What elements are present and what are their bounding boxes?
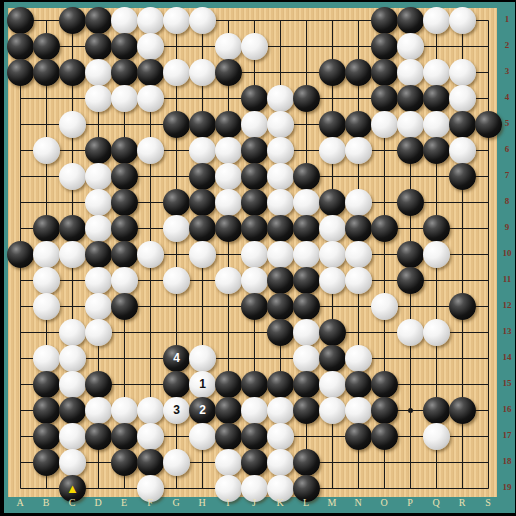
white-stone bbox=[33, 267, 60, 294]
black-stone bbox=[7, 33, 34, 60]
black-stone bbox=[111, 137, 138, 164]
black-stone bbox=[293, 215, 320, 242]
black-stone bbox=[59, 397, 86, 424]
white-stone bbox=[371, 111, 398, 138]
white-stone bbox=[189, 345, 216, 372]
black-stone bbox=[449, 111, 476, 138]
white-stone bbox=[267, 397, 294, 424]
white-stone bbox=[137, 397, 164, 424]
black-stone bbox=[189, 163, 216, 190]
black-stone bbox=[293, 371, 320, 398]
move-number-label: 1 bbox=[199, 371, 206, 398]
white-stone bbox=[267, 241, 294, 268]
white-stone bbox=[59, 319, 86, 346]
white-stone bbox=[59, 423, 86, 450]
black-stone bbox=[345, 111, 372, 138]
row-label-11: 11 bbox=[499, 274, 515, 286]
black-stone bbox=[267, 319, 294, 346]
black-stone bbox=[111, 293, 138, 320]
column-label-H: H bbox=[192, 497, 212, 508]
black-stone bbox=[241, 371, 268, 398]
white-stone bbox=[319, 241, 346, 268]
black-stone bbox=[267, 293, 294, 320]
black-stone bbox=[189, 189, 216, 216]
row-label-2: 2 bbox=[499, 40, 515, 52]
black-stone bbox=[163, 371, 190, 398]
black-stone: 2 bbox=[189, 397, 216, 424]
black-stone bbox=[319, 345, 346, 372]
black-stone bbox=[241, 137, 268, 164]
white-stone bbox=[215, 137, 242, 164]
white-stone bbox=[345, 267, 372, 294]
white-stone bbox=[137, 7, 164, 34]
black-stone bbox=[345, 215, 372, 242]
column-label-L: L bbox=[296, 497, 316, 508]
black-stone bbox=[137, 59, 164, 86]
column-label-K: K bbox=[270, 497, 290, 508]
white-stone bbox=[189, 137, 216, 164]
white-stone bbox=[85, 215, 112, 242]
black-stone bbox=[267, 215, 294, 242]
white-stone bbox=[163, 267, 190, 294]
black-stone bbox=[397, 189, 424, 216]
white-stone bbox=[33, 293, 60, 320]
black-stone bbox=[241, 189, 268, 216]
black-stone bbox=[423, 397, 450, 424]
row-label-18: 18 bbox=[499, 456, 515, 468]
row-label-16: 16 bbox=[499, 404, 515, 416]
white-stone bbox=[241, 267, 268, 294]
white-stone bbox=[319, 397, 346, 424]
row-label-14: 14 bbox=[499, 352, 515, 364]
white-stone: 3 bbox=[163, 397, 190, 424]
black-stone bbox=[137, 449, 164, 476]
black-stone bbox=[319, 319, 346, 346]
column-label-P: P bbox=[400, 497, 420, 508]
white-stone bbox=[85, 397, 112, 424]
black-stone: 4 bbox=[163, 345, 190, 372]
black-stone bbox=[397, 7, 424, 34]
column-label-B: B bbox=[36, 497, 56, 508]
black-stone bbox=[111, 163, 138, 190]
white-stone bbox=[137, 85, 164, 112]
column-label-A: A bbox=[10, 497, 30, 508]
white-stone bbox=[423, 423, 450, 450]
black-stone bbox=[293, 397, 320, 424]
white-stone bbox=[111, 7, 138, 34]
white-stone bbox=[59, 371, 86, 398]
white-stone bbox=[293, 345, 320, 372]
black-stone bbox=[241, 293, 268, 320]
white-stone bbox=[319, 267, 346, 294]
white-stone bbox=[33, 137, 60, 164]
black-stone bbox=[293, 267, 320, 294]
black-stone bbox=[85, 137, 112, 164]
white-stone bbox=[397, 59, 424, 86]
black-stone bbox=[345, 371, 372, 398]
black-stone bbox=[7, 7, 34, 34]
black-stone bbox=[319, 59, 346, 86]
row-label-3: 3 bbox=[499, 66, 515, 78]
black-stone bbox=[33, 449, 60, 476]
move-number-label: 4 bbox=[173, 345, 180, 372]
white-stone bbox=[345, 189, 372, 216]
black-stone bbox=[163, 189, 190, 216]
column-label-Q: Q bbox=[426, 497, 446, 508]
column-label-M: M bbox=[322, 497, 342, 508]
white-stone: 1 bbox=[189, 371, 216, 398]
row-label-13: 13 bbox=[499, 326, 515, 338]
white-stone bbox=[33, 345, 60, 372]
black-stone bbox=[371, 371, 398, 398]
black-stone bbox=[293, 163, 320, 190]
black-stone bbox=[85, 7, 112, 34]
row-label-5: 5 bbox=[499, 118, 515, 130]
row-label-4: 4 bbox=[499, 92, 515, 104]
white-stone bbox=[189, 423, 216, 450]
white-stone bbox=[267, 85, 294, 112]
white-stone bbox=[397, 319, 424, 346]
white-stone bbox=[319, 137, 346, 164]
white-stone bbox=[189, 59, 216, 86]
black-stone bbox=[293, 449, 320, 476]
white-stone bbox=[137, 137, 164, 164]
row-label-7: 7 bbox=[499, 170, 515, 182]
black-stone bbox=[397, 85, 424, 112]
black-stone bbox=[397, 137, 424, 164]
black-stone bbox=[241, 423, 268, 450]
black-stone bbox=[371, 423, 398, 450]
white-stone bbox=[449, 137, 476, 164]
black-stone bbox=[111, 215, 138, 242]
black-stone bbox=[449, 163, 476, 190]
row-label-19: 19 bbox=[499, 482, 515, 494]
black-stone bbox=[111, 189, 138, 216]
white-stone bbox=[267, 423, 294, 450]
black-stone bbox=[215, 371, 242, 398]
black-stone bbox=[345, 59, 372, 86]
black-stone bbox=[85, 371, 112, 398]
white-stone bbox=[449, 59, 476, 86]
white-stone bbox=[215, 33, 242, 60]
white-stone bbox=[267, 163, 294, 190]
black-stone bbox=[215, 423, 242, 450]
white-stone bbox=[33, 241, 60, 268]
white-stone bbox=[241, 397, 268, 424]
black-stone bbox=[241, 449, 268, 476]
white-stone bbox=[189, 241, 216, 268]
black-stone bbox=[267, 267, 294, 294]
black-stone bbox=[111, 33, 138, 60]
white-stone bbox=[345, 241, 372, 268]
black-stone bbox=[371, 397, 398, 424]
white-stone bbox=[397, 111, 424, 138]
black-stone bbox=[397, 241, 424, 268]
white-stone bbox=[267, 449, 294, 476]
white-stone bbox=[59, 163, 86, 190]
white-stone bbox=[215, 163, 242, 190]
column-label-I: I bbox=[218, 497, 238, 508]
black-stone bbox=[319, 189, 346, 216]
black-stone bbox=[85, 241, 112, 268]
black-stone bbox=[111, 59, 138, 86]
row-label-9: 9 bbox=[499, 222, 515, 234]
row-label-12: 12 bbox=[499, 300, 515, 312]
black-stone bbox=[371, 7, 398, 34]
row-label-15: 15 bbox=[499, 378, 515, 390]
black-stone bbox=[371, 59, 398, 86]
white-stone bbox=[59, 241, 86, 268]
white-stone bbox=[397, 33, 424, 60]
white-stone bbox=[371, 293, 398, 320]
white-stone bbox=[215, 449, 242, 476]
black-stone bbox=[85, 33, 112, 60]
column-label-J: J bbox=[244, 497, 264, 508]
move-number-label: 2 bbox=[199, 397, 206, 424]
black-stone bbox=[319, 111, 346, 138]
white-stone bbox=[293, 319, 320, 346]
column-label-E: E bbox=[114, 497, 134, 508]
black-stone bbox=[7, 59, 34, 86]
black-stone bbox=[241, 85, 268, 112]
row-label-1: 1 bbox=[499, 14, 515, 26]
white-stone bbox=[267, 137, 294, 164]
row-label-6: 6 bbox=[499, 144, 515, 156]
white-stone bbox=[137, 241, 164, 268]
black-stone bbox=[423, 85, 450, 112]
black-stone bbox=[189, 215, 216, 242]
white-stone bbox=[345, 137, 372, 164]
black-stone bbox=[59, 7, 86, 34]
column-label-S: S bbox=[478, 497, 498, 508]
black-stone bbox=[33, 423, 60, 450]
white-stone bbox=[215, 267, 242, 294]
white-stone bbox=[163, 449, 190, 476]
white-stone bbox=[423, 111, 450, 138]
white-stone bbox=[85, 267, 112, 294]
black-stone bbox=[267, 371, 294, 398]
black-stone bbox=[475, 111, 502, 138]
white-stone bbox=[137, 33, 164, 60]
black-stone bbox=[449, 397, 476, 424]
column-label-G: G bbox=[166, 497, 186, 508]
white-stone bbox=[163, 215, 190, 242]
column-label-C: C bbox=[62, 497, 82, 508]
white-stone bbox=[85, 85, 112, 112]
black-stone bbox=[85, 423, 112, 450]
white-stone bbox=[267, 111, 294, 138]
black-stone bbox=[33, 215, 60, 242]
white-stone bbox=[215, 189, 242, 216]
black-stone bbox=[111, 423, 138, 450]
column-label-R: R bbox=[452, 497, 472, 508]
black-stone bbox=[293, 85, 320, 112]
white-stone bbox=[85, 293, 112, 320]
white-stone bbox=[111, 397, 138, 424]
white-stone bbox=[59, 345, 86, 372]
black-stone bbox=[371, 33, 398, 60]
white-stone bbox=[85, 163, 112, 190]
white-stone bbox=[423, 7, 450, 34]
row-label-8: 8 bbox=[499, 196, 515, 208]
white-stone bbox=[241, 241, 268, 268]
black-stone bbox=[449, 293, 476, 320]
black-stone bbox=[397, 267, 424, 294]
white-stone bbox=[423, 59, 450, 86]
white-stone bbox=[293, 189, 320, 216]
row-label-17: 17 bbox=[499, 430, 515, 442]
black-stone bbox=[33, 33, 60, 60]
white-stone bbox=[423, 241, 450, 268]
screen-edge bbox=[0, 0, 4, 516]
black-stone bbox=[371, 215, 398, 242]
column-label-O: O bbox=[374, 497, 394, 508]
white-stone bbox=[293, 241, 320, 268]
white-stone bbox=[241, 111, 268, 138]
black-stone bbox=[163, 111, 190, 138]
white-stone bbox=[319, 215, 346, 242]
move-number-label: 3 bbox=[173, 397, 180, 424]
white-stone bbox=[163, 7, 190, 34]
black-stone bbox=[111, 241, 138, 268]
black-stone bbox=[189, 111, 216, 138]
black-stone bbox=[7, 241, 34, 268]
go-app-window: 4132▲ ABCDEFGHIJKLMNOPQRS123456789101112… bbox=[0, 0, 516, 516]
white-stone bbox=[111, 267, 138, 294]
white-stone bbox=[189, 7, 216, 34]
white-stone bbox=[163, 59, 190, 86]
black-stone bbox=[33, 59, 60, 86]
black-stone bbox=[215, 111, 242, 138]
black-stone bbox=[241, 215, 268, 242]
black-stone bbox=[371, 85, 398, 112]
white-stone bbox=[59, 449, 86, 476]
white-stone bbox=[423, 319, 450, 346]
row-label-10: 10 bbox=[499, 248, 515, 260]
black-stone bbox=[423, 215, 450, 242]
white-stone bbox=[449, 85, 476, 112]
black-stone bbox=[423, 137, 450, 164]
white-stone bbox=[267, 189, 294, 216]
white-stone bbox=[319, 371, 346, 398]
white-stone bbox=[85, 319, 112, 346]
white-stone bbox=[449, 7, 476, 34]
column-label-N: N bbox=[348, 497, 368, 508]
black-stone bbox=[241, 163, 268, 190]
white-stone bbox=[111, 85, 138, 112]
white-stone bbox=[85, 59, 112, 86]
white-stone bbox=[59, 111, 86, 138]
black-stone bbox=[345, 423, 372, 450]
column-label-F: F bbox=[140, 497, 160, 508]
black-stone bbox=[215, 215, 242, 242]
black-stone bbox=[293, 293, 320, 320]
black-stone bbox=[33, 397, 60, 424]
black-stone bbox=[111, 449, 138, 476]
white-stone bbox=[241, 33, 268, 60]
black-stone bbox=[59, 59, 86, 86]
white-stone bbox=[345, 397, 372, 424]
white-stone bbox=[345, 345, 372, 372]
black-stone bbox=[33, 371, 60, 398]
black-stone bbox=[215, 397, 242, 424]
white-stone bbox=[137, 423, 164, 450]
column-label-D: D bbox=[88, 497, 108, 508]
black-stone bbox=[215, 59, 242, 86]
white-stone bbox=[85, 189, 112, 216]
black-stone bbox=[59, 215, 86, 242]
